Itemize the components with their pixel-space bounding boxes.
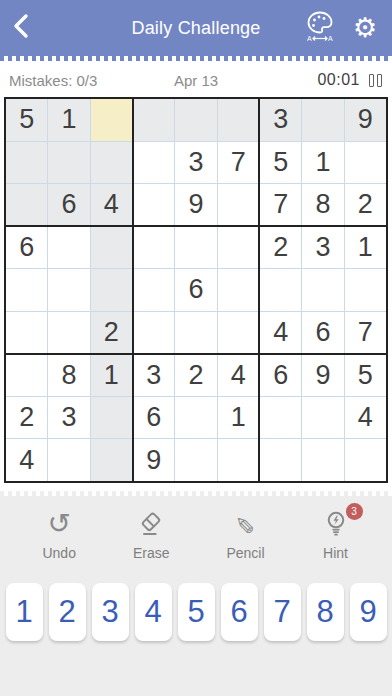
cell-r8c4[interactable]: 6 <box>133 397 174 439</box>
bottom-panel: ↺ Undo Erase ✎ Pencil <box>0 496 392 696</box>
cell-r1c3[interactable] <box>91 99 132 141</box>
cell-r4c8[interactable]: 3 <box>302 227 343 269</box>
cell-r2c8[interactable]: 1 <box>302 142 343 184</box>
status-bar: Mistakes: 0/3 Apr 13 00:01 <box>0 67 392 93</box>
pencil-button[interactable]: ✎ Pencil <box>226 510 264 561</box>
cell-r5c2[interactable] <box>48 269 89 311</box>
cell-r5c3[interactable] <box>91 269 132 311</box>
pause-icon <box>369 74 374 87</box>
cell-r7c6[interactable]: 4 <box>218 354 259 396</box>
puzzle-date: Apr 13 <box>134 72 259 89</box>
cell-r6c4[interactable] <box>133 312 174 354</box>
pencil-label: Pencil <box>226 545 264 561</box>
mistakes-counter: Mistakes: 0/3 <box>9 72 134 89</box>
cell-r9c8[interactable] <box>302 439 343 481</box>
cell-r9c3[interactable] <box>91 439 132 481</box>
numpad-key-3[interactable]: 3 <box>92 583 129 641</box>
back-chevron-icon <box>12 13 32 43</box>
cell-r2c9[interactable] <box>345 142 386 184</box>
cell-r1c7[interactable]: 3 <box>260 99 301 141</box>
cell-r8c9[interactable]: 4 <box>345 397 386 439</box>
cell-r9c1[interactable]: 4 <box>6 439 47 481</box>
svg-text:A: A <box>328 35 333 42</box>
cell-r4c3[interactable] <box>91 227 132 269</box>
sudoku-board: 51393751649782623162467813246952361449 <box>4 97 388 483</box>
cell-r1c5[interactable] <box>175 99 216 141</box>
cell-r2c2[interactable] <box>48 142 89 184</box>
cell-r7c5[interactable]: 2 <box>175 354 216 396</box>
box-divider-vertical-1 <box>132 99 134 481</box>
cell-r3c6[interactable] <box>218 184 259 226</box>
cell-r7c7[interactable]: 6 <box>260 354 301 396</box>
cell-r4c2[interactable] <box>48 227 89 269</box>
cell-r6c3[interactable]: 2 <box>91 312 132 354</box>
numpad-key-7[interactable]: 7 <box>264 583 301 641</box>
cell-r2c4[interactable] <box>133 142 174 184</box>
box-divider-vertical-2 <box>258 99 260 481</box>
pencil-icon: ✎ <box>235 512 255 536</box>
cell-r1c1[interactable]: 5 <box>6 99 47 141</box>
hint-label: Hint <box>323 545 348 561</box>
cell-r5c5[interactable]: 6 <box>175 269 216 311</box>
erase-button[interactable]: Erase <box>133 510 170 561</box>
gear-icon: ⚙ <box>353 15 377 42</box>
cell-r8c7[interactable] <box>260 397 301 439</box>
cell-r6c1[interactable] <box>6 312 47 354</box>
cell-r4c7[interactable]: 2 <box>260 227 301 269</box>
erase-label: Erase <box>133 545 170 561</box>
cell-r5c6[interactable] <box>218 269 259 311</box>
cell-r5c7[interactable] <box>260 269 301 311</box>
cell-r3c3[interactable]: 4 <box>91 184 132 226</box>
eraser-icon <box>137 509 165 540</box>
cell-r3c8[interactable]: 8 <box>302 184 343 226</box>
palette-icon: A A <box>304 9 336 47</box>
cell-r2c5[interactable]: 3 <box>175 142 216 184</box>
numpad-key-6[interactable]: 6 <box>221 583 258 641</box>
numpad-key-5[interactable]: 5 <box>178 583 215 641</box>
timer: 00:01 <box>317 71 360 89</box>
cell-r2c3[interactable] <box>91 142 132 184</box>
cell-r2c1[interactable] <box>6 142 47 184</box>
app-header: Daily Challenge A A ⚙ <box>0 0 392 56</box>
cell-r2c7[interactable]: 5 <box>260 142 301 184</box>
cell-r1c9[interactable]: 9 <box>345 99 386 141</box>
cell-r1c2[interactable]: 1 <box>48 99 89 141</box>
numpad-key-1[interactable]: 1 <box>6 583 43 641</box>
cell-r1c8[interactable] <box>302 99 343 141</box>
svg-text:A: A <box>307 35 312 42</box>
cell-r8c8[interactable] <box>302 397 343 439</box>
box-divider-horizontal-1 <box>6 225 386 227</box>
cell-r6c2[interactable] <box>48 312 89 354</box>
cell-r3c7[interactable]: 7 <box>260 184 301 226</box>
hint-button[interactable]: 3 Hint <box>322 510 350 561</box>
undo-label: Undo <box>42 545 75 561</box>
number-pad: 123456789 <box>0 583 392 641</box>
cell-r1c6[interactable] <box>218 99 259 141</box>
cell-r3c5[interactable]: 9 <box>175 184 216 226</box>
cell-r7c2[interactable]: 8 <box>48 354 89 396</box>
undo-button[interactable]: ↺ Undo <box>42 510 75 561</box>
theme-button[interactable]: A A <box>305 11 335 45</box>
cell-r1c4[interactable] <box>133 99 174 141</box>
cell-r5c1[interactable] <box>6 269 47 311</box>
cell-r6c7[interactable]: 4 <box>260 312 301 354</box>
cell-r6c5[interactable] <box>175 312 216 354</box>
numpad-key-8[interactable]: 8 <box>307 583 344 641</box>
header-perforation <box>0 56 392 61</box>
cell-r7c9[interactable]: 5 <box>345 354 386 396</box>
cell-r9c9[interactable] <box>345 439 386 481</box>
cell-r7c3[interactable]: 1 <box>91 354 132 396</box>
cell-r9c2[interactable] <box>48 439 89 481</box>
settings-button[interactable]: ⚙ <box>350 11 380 45</box>
cell-r7c8[interactable]: 9 <box>302 354 343 396</box>
cell-r8c1[interactable]: 2 <box>6 397 47 439</box>
cell-r4c6[interactable] <box>218 227 259 269</box>
cell-r5c8[interactable] <box>302 269 343 311</box>
numpad-key-9[interactable]: 9 <box>350 583 387 641</box>
hint-count-badge: 3 <box>346 503 363 520</box>
cell-r8c3[interactable] <box>91 397 132 439</box>
numpad-key-4[interactable]: 4 <box>135 583 172 641</box>
undo-icon: ↺ <box>47 510 70 538</box>
cell-r3c2[interactable]: 6 <box>48 184 89 226</box>
toolbar: ↺ Undo Erase ✎ Pencil <box>0 510 392 561</box>
cell-r2c6[interactable]: 7 <box>218 142 259 184</box>
cell-r6c9[interactable]: 7 <box>345 312 386 354</box>
cell-r6c8[interactable]: 6 <box>302 312 343 354</box>
cell-r4c4[interactable] <box>133 227 174 269</box>
numpad-key-2[interactable]: 2 <box>49 583 86 641</box>
cell-r7c4[interactable]: 3 <box>133 354 174 396</box>
cell-r4c1[interactable]: 6 <box>6 227 47 269</box>
cell-r3c4[interactable] <box>133 184 174 226</box>
cell-r8c6[interactable]: 1 <box>218 397 259 439</box>
box-divider-horizontal-2 <box>6 353 386 355</box>
page-title: Daily Challenge <box>131 18 260 39</box>
cell-r3c1[interactable] <box>6 184 47 226</box>
cell-r9c6[interactable] <box>218 439 259 481</box>
cell-r6c6[interactable] <box>218 312 259 354</box>
cell-r5c4[interactable] <box>133 269 174 311</box>
back-button[interactable] <box>12 13 38 43</box>
cell-r8c5[interactable] <box>175 397 216 439</box>
pause-button[interactable] <box>368 73 383 88</box>
cell-r5c9[interactable] <box>345 269 386 311</box>
cell-r7c1[interactable] <box>6 354 47 396</box>
cell-r8c2[interactable]: 3 <box>48 397 89 439</box>
cell-r9c4[interactable]: 9 <box>133 439 174 481</box>
cell-r4c9[interactable]: 1 <box>345 227 386 269</box>
cell-r3c9[interactable]: 2 <box>345 184 386 226</box>
cell-r9c5[interactable] <box>175 439 216 481</box>
cell-r4c5[interactable] <box>175 227 216 269</box>
cell-r9c7[interactable] <box>260 439 301 481</box>
